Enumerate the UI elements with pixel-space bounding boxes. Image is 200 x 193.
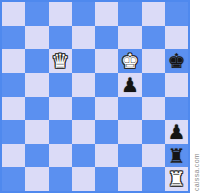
square-g6[interactable] xyxy=(142,49,165,73)
square-a1[interactable] xyxy=(2,167,25,191)
square-f1[interactable] xyxy=(118,167,141,191)
square-e6[interactable] xyxy=(95,49,118,73)
square-d1[interactable] xyxy=(72,167,95,191)
square-c2[interactable] xyxy=(49,144,72,168)
piece-black-pawn[interactable]: ♟ xyxy=(167,122,185,142)
square-b7[interactable] xyxy=(25,26,48,50)
watermark-caissa: caissa.com xyxy=(193,153,200,191)
piece-black-king[interactable]: ♚ xyxy=(167,51,185,71)
square-a6[interactable] xyxy=(2,49,25,73)
square-f6[interactable]: ♚ xyxy=(118,49,141,73)
square-g5[interactable] xyxy=(142,73,165,97)
piece-white-king[interactable]: ♚ xyxy=(121,51,139,71)
square-a8[interactable] xyxy=(2,2,25,26)
square-d8[interactable] xyxy=(72,2,95,26)
square-e5[interactable] xyxy=(95,73,118,97)
square-a2[interactable] xyxy=(2,144,25,168)
square-c5[interactable] xyxy=(49,73,72,97)
square-h3[interactable]: ♟ xyxy=(165,120,188,144)
square-g1[interactable] xyxy=(142,167,165,191)
square-g3[interactable] xyxy=(142,120,165,144)
square-c1[interactable] xyxy=(49,167,72,191)
square-h6[interactable]: ♚ xyxy=(165,49,188,73)
square-h4[interactable] xyxy=(165,97,188,121)
chess-diagram: ♛♚♚♟♟♜♜ caissa.com xyxy=(0,0,200,193)
square-c3[interactable] xyxy=(49,120,72,144)
square-g4[interactable] xyxy=(142,97,165,121)
square-f7[interactable] xyxy=(118,26,141,50)
square-d3[interactable] xyxy=(72,120,95,144)
square-g8[interactable] xyxy=(142,2,165,26)
square-f8[interactable] xyxy=(118,2,141,26)
square-c4[interactable] xyxy=(49,97,72,121)
square-h1[interactable]: ♜ xyxy=(165,167,188,191)
square-b6[interactable] xyxy=(25,49,48,73)
square-b4[interactable] xyxy=(25,97,48,121)
square-e4[interactable] xyxy=(95,97,118,121)
square-a4[interactable] xyxy=(2,97,25,121)
square-b2[interactable] xyxy=(25,144,48,168)
square-h5[interactable] xyxy=(165,73,188,97)
square-d6[interactable] xyxy=(72,49,95,73)
square-b5[interactable] xyxy=(25,73,48,97)
square-e7[interactable] xyxy=(95,26,118,50)
square-g2[interactable] xyxy=(142,144,165,168)
square-e3[interactable] xyxy=(95,120,118,144)
square-e1[interactable] xyxy=(95,167,118,191)
chess-board: ♛♚♚♟♟♜♜ xyxy=(0,0,190,193)
square-f5[interactable]: ♟ xyxy=(118,73,141,97)
square-e8[interactable] xyxy=(95,2,118,26)
square-f3[interactable] xyxy=(118,120,141,144)
piece-black-pawn[interactable]: ♟ xyxy=(121,75,139,95)
square-e2[interactable] xyxy=(95,144,118,168)
square-f2[interactable] xyxy=(118,144,141,168)
square-h7[interactable] xyxy=(165,26,188,50)
square-f4[interactable] xyxy=(118,97,141,121)
square-c8[interactable] xyxy=(49,2,72,26)
square-a5[interactable] xyxy=(2,73,25,97)
square-h2[interactable]: ♜ xyxy=(165,144,188,168)
square-d4[interactable] xyxy=(72,97,95,121)
square-d2[interactable] xyxy=(72,144,95,168)
square-c6[interactable]: ♛ xyxy=(49,49,72,73)
piece-black-rook[interactable]: ♜ xyxy=(167,146,185,166)
square-b3[interactable] xyxy=(25,120,48,144)
square-b1[interactable] xyxy=(25,167,48,191)
square-h8[interactable] xyxy=(165,2,188,26)
piece-white-rook[interactable]: ♜ xyxy=(167,169,185,189)
square-a7[interactable] xyxy=(2,26,25,50)
square-g7[interactable] xyxy=(142,26,165,50)
square-d5[interactable] xyxy=(72,73,95,97)
square-d7[interactable] xyxy=(72,26,95,50)
piece-white-queen[interactable]: ♛ xyxy=(51,51,69,71)
square-a3[interactable] xyxy=(2,120,25,144)
square-c7[interactable] xyxy=(49,26,72,50)
square-b8[interactable] xyxy=(25,2,48,26)
